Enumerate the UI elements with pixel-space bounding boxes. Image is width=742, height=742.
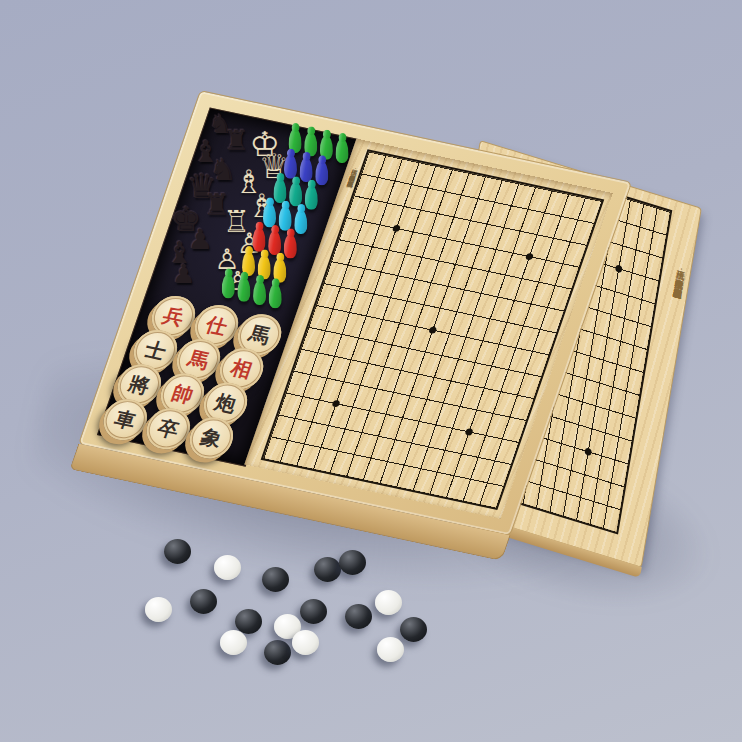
go-stone-black[interactable]	[264, 640, 291, 665]
peg-#e02a22[interactable]	[284, 234, 297, 258]
xiangqi-character: 卒	[154, 414, 182, 444]
go-stone-black[interactable]	[314, 557, 341, 582]
chess-piece-black[interactable]: ♜	[224, 127, 249, 155]
star-point	[584, 447, 592, 456]
star-point	[392, 224, 401, 232]
go-stone-black[interactable]	[400, 617, 427, 642]
star-point	[331, 400, 340, 408]
go-stone-white[interactable]	[375, 590, 402, 615]
peg-#2db33a[interactable]	[222, 274, 235, 298]
go-stone-white[interactable]	[214, 555, 241, 580]
star-point	[465, 428, 474, 436]
go-stone-white[interactable]	[145, 597, 172, 622]
peg-#2db33a[interactable]	[237, 278, 250, 302]
product-photo-scene: 五子棋玩法：两个玩家轮流摆放棋子，在棋盘上横竖斜最先连成五颗棋子则为获胜。 ♞♜…	[0, 0, 742, 742]
peg-#2abfe6[interactable]	[279, 207, 292, 231]
xiangqi-character: 兵	[159, 301, 187, 331]
go-stone-black[interactable]	[190, 589, 217, 614]
xiangqi-character: 炮	[211, 388, 239, 418]
peg-#e02a22[interactable]	[268, 231, 281, 255]
go-stone-white[interactable]	[292, 630, 319, 655]
go-stone-black[interactable]	[345, 604, 372, 629]
star-point	[615, 264, 623, 273]
xiangqi-character: 士	[141, 335, 169, 365]
xiangqi-character: 車	[111, 405, 139, 435]
star-point	[525, 253, 534, 261]
peg-#3a41c4[interactable]	[315, 161, 328, 185]
peg-#2db33a[interactable]	[336, 139, 349, 163]
peg-#2abfe6[interactable]	[263, 203, 276, 227]
xiangqi-character: 相	[227, 354, 255, 384]
peg-#3a41c4[interactable]	[284, 155, 297, 179]
peg-#3a41c4[interactable]	[300, 158, 313, 182]
peg-#2db33a[interactable]	[269, 284, 282, 308]
xiangqi-character: 仕	[202, 311, 230, 341]
go-stone-black[interactable]	[339, 550, 366, 575]
go-stone-white[interactable]	[220, 630, 247, 655]
black-chess-pieces: ♞♜♝♞♛♜♚♟♝♟	[210, 109, 357, 140]
xiangqi-character: 馬	[245, 320, 273, 350]
star-point	[428, 326, 437, 334]
go-stone-black[interactable]	[235, 609, 262, 634]
xiangqi-character: 將	[125, 370, 153, 400]
go-stone-black[interactable]	[262, 567, 289, 592]
xiangqi-character: 象	[197, 423, 225, 453]
go-stone-white[interactable]	[377, 637, 404, 662]
peg-#12ab8d[interactable]	[289, 182, 302, 206]
xiangqi-character: 馬	[184, 345, 212, 375]
go-stone-black[interactable]	[300, 599, 327, 624]
peg-#12ab8d[interactable]	[305, 186, 318, 210]
peg-#e02a22[interactable]	[253, 228, 266, 252]
peg-#2db33a[interactable]	[253, 281, 266, 305]
xiangqi-character: 帥	[168, 379, 196, 409]
go-stone-black[interactable]	[164, 539, 191, 564]
peg-#2abfe6[interactable]	[294, 210, 307, 234]
chess-piece-black[interactable]: ♟	[172, 261, 195, 287]
peg-#12ab8d[interactable]	[273, 179, 286, 203]
